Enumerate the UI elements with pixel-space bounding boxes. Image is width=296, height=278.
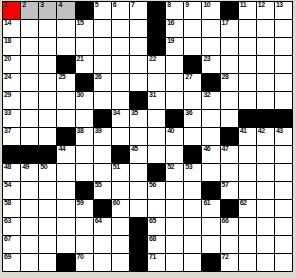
grid-cell[interactable]	[275, 164, 292, 181]
block-cell	[257, 110, 274, 127]
grid-cell[interactable]	[21, 182, 38, 199]
grid-cell[interactable]: 33	[3, 110, 20, 127]
clue-number: 66	[222, 217, 229, 225]
grid-cell[interactable]	[166, 146, 183, 163]
cursor-cell[interactable]: 1	[3, 2, 20, 19]
grid-cell[interactable]	[57, 92, 74, 109]
clue-number: 48	[4, 163, 11, 171]
grid-cell[interactable]	[112, 218, 129, 235]
block-cell	[148, 2, 165, 19]
grid-cell[interactable]	[166, 182, 183, 199]
grid-cell[interactable]: 63	[3, 218, 20, 235]
grid-cell[interactable]: 62	[239, 200, 256, 217]
grid-cell[interactable]: 25	[57, 74, 74, 91]
grid-cell[interactable]	[94, 254, 111, 271]
grid-cell[interactable]: 54	[3, 182, 20, 199]
grid-cell[interactable]	[202, 218, 219, 235]
block-cell	[221, 2, 238, 19]
clue-number: 61	[203, 199, 210, 207]
grid-cell[interactable]	[112, 128, 129, 145]
grid-cell[interactable]: 20	[3, 56, 20, 73]
grid-cell[interactable]: 67	[3, 236, 20, 253]
grid-cell[interactable]: 66	[221, 218, 238, 235]
grid-cell[interactable]	[257, 56, 274, 73]
grid-cell[interactable]: 47	[221, 146, 238, 163]
clue-number: 15	[77, 19, 84, 27]
clue-number: 30	[77, 91, 84, 99]
grid-cell[interactable]	[166, 200, 183, 217]
clue-number: 70	[77, 253, 84, 261]
grid-cell[interactable]	[39, 92, 56, 109]
grid-cell[interactable]	[202, 110, 219, 127]
grid-cell[interactable]	[112, 92, 129, 109]
clue-number: 68	[149, 235, 156, 243]
grid-cell[interactable]: 32	[202, 92, 219, 109]
block-cell	[275, 110, 292, 127]
clue-number: 10	[203, 1, 210, 9]
grid-cell[interactable]	[39, 128, 56, 145]
grid-cell[interactable]	[202, 236, 219, 253]
clue-number: 26	[95, 73, 102, 81]
grid-cell[interactable]	[57, 182, 74, 199]
block-cell	[148, 38, 165, 55]
clue-number: 50	[40, 163, 47, 171]
clue-number: 42	[258, 127, 265, 135]
grid-cell[interactable]: 40	[166, 128, 183, 145]
grid-cell[interactable]	[239, 236, 256, 253]
clue-number: 45	[131, 145, 138, 153]
grid-cell[interactable]	[112, 254, 129, 271]
clue-number: 63	[4, 217, 11, 225]
block-cell	[221, 128, 238, 145]
grid-cell[interactable]: 34	[112, 110, 129, 127]
clue-number: 38	[77, 127, 84, 135]
grid-cell[interactable]	[21, 20, 38, 37]
clue-number: 46	[203, 145, 210, 153]
grid-cell[interactable]: 64	[94, 218, 111, 235]
grid-cell[interactable]	[148, 74, 165, 91]
grid-cell[interactable]	[221, 236, 238, 253]
grid-cell[interactable]	[257, 92, 274, 109]
block-cell	[76, 2, 93, 19]
block-cell	[148, 20, 165, 37]
clue-number: 14	[4, 19, 11, 27]
grid-cell[interactable]: 70	[76, 254, 93, 271]
grid-cell[interactable]	[39, 254, 56, 271]
grid-cell[interactable]	[166, 236, 183, 253]
grid-cell[interactable]	[202, 128, 219, 145]
grid-cell[interactable]: 57	[221, 182, 238, 199]
grid-cell[interactable]	[21, 110, 38, 127]
clue-number: 24	[4, 73, 11, 81]
grid-cell[interactable]: 68	[148, 236, 165, 253]
grid-cell[interactable]: 49	[21, 164, 38, 181]
block-cell	[130, 254, 147, 271]
clue-number: 1	[4, 1, 8, 9]
grid-cell[interactable]	[21, 38, 38, 55]
grid-cell[interactable]	[239, 20, 256, 37]
grid-cell[interactable]	[130, 56, 147, 73]
grid-cell[interactable]: 37	[3, 128, 20, 145]
clue-number: 20	[4, 55, 11, 63]
grid-cell[interactable]	[239, 74, 256, 91]
block-cell	[166, 110, 183, 127]
grid-cell[interactable]: 14	[3, 20, 20, 37]
clue-number: 6	[113, 1, 117, 9]
grid-cell[interactable]	[76, 110, 93, 127]
grid-cell[interactable]: 72	[221, 254, 238, 271]
block-cell	[221, 200, 238, 217]
grid-cell[interactable]	[76, 146, 93, 163]
grid-cell[interactable]	[76, 164, 93, 181]
grid-cell[interactable]: 53	[184, 164, 201, 181]
grid-cell[interactable]: 69	[3, 254, 20, 271]
grid-cell[interactable]: 22	[148, 56, 165, 73]
clue-number: 21	[77, 55, 84, 63]
grid-cell[interactable]	[221, 38, 238, 55]
grid-cell[interactable]	[184, 92, 201, 109]
highlighted-word-cell[interactable]: 2	[21, 2, 38, 19]
grid-cell[interactable]: 9	[184, 2, 201, 19]
grid-cell[interactable]: 51	[112, 164, 129, 181]
grid-cell[interactable]	[57, 236, 74, 253]
grid-cell[interactable]	[257, 200, 274, 217]
grid-cell[interactable]	[94, 92, 111, 109]
block-cell	[76, 182, 93, 199]
clue-number: 9	[185, 1, 189, 9]
grid-cell[interactable]: 41	[239, 128, 256, 145]
block-cell	[184, 56, 201, 73]
clue-number: 25	[58, 73, 65, 81]
grid-cell[interactable]: 10	[202, 2, 219, 19]
clue-number: 62	[240, 199, 247, 207]
grid-cell[interactable]	[221, 56, 238, 73]
grid-cell[interactable]	[57, 110, 74, 127]
grid-cell[interactable]	[221, 92, 238, 109]
grid-cell[interactable]	[184, 236, 201, 253]
grid-cell[interactable]	[57, 218, 74, 235]
grid-cell[interactable]	[39, 38, 56, 55]
grid-cell[interactable]: 44	[57, 146, 74, 163]
grid-cell[interactable]: 21	[76, 56, 93, 73]
grid-cell[interactable]: 35	[130, 110, 147, 127]
grid-cell[interactable]: 46	[202, 146, 219, 163]
grid-cell[interactable]	[239, 164, 256, 181]
grid-cell[interactable]	[184, 20, 201, 37]
clue-number: 22	[149, 55, 156, 63]
grid-cell[interactable]: 61	[202, 200, 219, 217]
clue-number: 29	[4, 91, 11, 99]
grid-cell[interactable]	[148, 128, 165, 145]
block-cell	[76, 74, 93, 91]
clue-number: 55	[95, 181, 102, 189]
grid-cell[interactable]	[21, 254, 38, 271]
grid-cell[interactable]	[202, 164, 219, 181]
grid-cell[interactable]: 45	[130, 146, 147, 163]
grid-cell[interactable]	[39, 182, 56, 199]
block-cell	[202, 74, 219, 91]
grid-cell[interactable]: 55	[94, 182, 111, 199]
grid-cell[interactable]	[148, 110, 165, 127]
grid-cell[interactable]	[94, 56, 111, 73]
grid-cell[interactable]: 19	[166, 38, 183, 55]
grid-cell[interactable]	[112, 56, 129, 73]
grid-cell[interactable]	[130, 20, 147, 37]
grid-cell[interactable]: 15	[76, 20, 93, 37]
block-cell	[57, 56, 74, 73]
grid-cell[interactable]	[166, 254, 183, 271]
grid-cell[interactable]	[239, 254, 256, 271]
grid-cell[interactable]	[184, 128, 201, 145]
grid-cell[interactable]	[257, 146, 274, 163]
clue-number: 11	[240, 1, 247, 9]
grid-cell[interactable]	[239, 218, 256, 235]
grid-cell[interactable]	[94, 38, 111, 55]
grid-cell[interactable]: 11	[239, 2, 256, 19]
grid-cell[interactable]	[39, 56, 56, 73]
block-cell	[148, 164, 165, 181]
clue-number: 40	[167, 127, 174, 135]
grid-cell[interactable]	[148, 146, 165, 163]
grid-cell[interactable]	[21, 236, 38, 253]
grid-cell[interactable]: 48	[3, 164, 20, 181]
grid-cell[interactable]	[21, 128, 38, 145]
grid-cell[interactable]	[94, 164, 111, 181]
crossword-board: 1234567891011121314151617181920212223242…	[2, 1, 293, 272]
grid-cell[interactable]	[57, 164, 74, 181]
clue-number: 28	[222, 73, 229, 81]
grid-cell[interactable]	[130, 182, 147, 199]
grid-cell[interactable]	[202, 38, 219, 55]
grid-cell[interactable]	[184, 38, 201, 55]
grid-cell[interactable]	[239, 92, 256, 109]
block-cell	[202, 254, 219, 271]
block-cell	[202, 182, 219, 199]
clue-number: 27	[185, 73, 192, 81]
grid-cell[interactable]	[166, 74, 183, 91]
grid-cell[interactable]	[130, 38, 147, 55]
grid-cell[interactable]: 26	[94, 74, 111, 91]
clue-number: 35	[131, 109, 138, 117]
grid-cell[interactable]	[21, 74, 38, 91]
grid-cell[interactable]	[275, 74, 292, 91]
grid-cell[interactable]	[112, 182, 129, 199]
grid-cell[interactable]	[39, 236, 56, 253]
grid-cell[interactable]: 27	[184, 74, 201, 91]
grid-cell[interactable]	[275, 20, 292, 37]
grid-cell[interactable]	[112, 20, 129, 37]
clue-number: 31	[149, 91, 156, 99]
grid-cell[interactable]: 12	[257, 2, 274, 19]
clue-number: 3	[40, 1, 44, 9]
grid-cell[interactable]: 56	[148, 182, 165, 199]
grid-cell[interactable]	[94, 236, 111, 253]
grid-cell[interactable]: 5	[94, 2, 111, 19]
grid-cell[interactable]	[275, 200, 292, 217]
clue-number: 53	[185, 163, 192, 171]
grid-cell[interactable]	[21, 56, 38, 73]
grid-cell[interactable]: 17	[221, 20, 238, 37]
grid-cell[interactable]	[221, 110, 238, 127]
block-cell	[184, 146, 201, 163]
grid-cell[interactable]	[130, 128, 147, 145]
grid-cell[interactable]	[130, 200, 147, 217]
grid-cell[interactable]	[275, 254, 292, 271]
grid-cell[interactable]	[130, 164, 147, 181]
clue-number: 33	[4, 109, 11, 117]
block-cell	[130, 92, 147, 109]
grid-cell[interactable]	[112, 38, 129, 55]
clue-number: 39	[95, 127, 102, 135]
block-cell	[39, 146, 56, 163]
clue-number: 17	[222, 19, 229, 27]
grid-cell[interactable]	[275, 92, 292, 109]
highlighted-word-cell[interactable]: 4	[57, 2, 74, 19]
grid-cell[interactable]: 7	[130, 2, 147, 19]
grid-cell[interactable]	[112, 236, 129, 253]
clue-number: 34	[113, 109, 120, 117]
clue-number: 37	[4, 127, 11, 135]
grid-cell[interactable]	[221, 164, 238, 181]
grid-cell[interactable]	[257, 218, 274, 235]
block-cell	[239, 110, 256, 127]
grid-cell[interactable]: 13	[275, 2, 292, 19]
grid-cell[interactable]: 29	[3, 92, 20, 109]
grid-cell[interactable]	[257, 236, 274, 253]
grid-cell[interactable]	[21, 92, 38, 109]
clue-number: 16	[167, 19, 174, 27]
grid-cell[interactable]: 60	[112, 200, 129, 217]
block-cell	[130, 236, 147, 253]
grid-cell[interactable]	[39, 200, 56, 217]
grid-cell[interactable]	[166, 218, 183, 235]
grid-cell[interactable]	[275, 38, 292, 55]
grid-cell[interactable]	[239, 146, 256, 163]
grid-cell[interactable]	[257, 20, 274, 37]
grid-cell[interactable]: 50	[39, 164, 56, 181]
clue-number: 8	[167, 1, 171, 9]
grid-cell[interactable]	[21, 200, 38, 217]
clue-number: 52	[167, 163, 174, 171]
grid-cell[interactable]	[275, 56, 292, 73]
block-cell	[94, 200, 111, 217]
grid-cell[interactable]	[39, 218, 56, 235]
grid-cell[interactable]: 18	[3, 38, 20, 55]
grid-cell[interactable]	[130, 74, 147, 91]
clue-number: 64	[95, 217, 102, 225]
grid-cell[interactable]	[76, 218, 93, 235]
grid-cell[interactable]	[184, 182, 201, 199]
grid-cell[interactable]	[39, 74, 56, 91]
grid-cell[interactable]: 31	[148, 92, 165, 109]
clue-number: 23	[203, 55, 210, 63]
grid-cell[interactable]	[184, 200, 201, 217]
grid-cell[interactable]	[21, 218, 38, 235]
grid-cell[interactable]: 42	[257, 128, 274, 145]
grid-cell[interactable]	[239, 56, 256, 73]
clue-number: 69	[4, 253, 11, 261]
grid-cell[interactable]	[239, 182, 256, 199]
grid-cell[interactable]	[57, 20, 74, 37]
grid-cell[interactable]: 65	[148, 218, 165, 235]
grid-cell[interactable]	[57, 200, 74, 217]
grid-cell[interactable]	[202, 20, 219, 37]
block-cell	[21, 146, 38, 163]
grid-cell[interactable]: 71	[148, 254, 165, 271]
grid-cell[interactable]: 8	[166, 2, 183, 19]
grid-cell[interactable]: 43	[275, 128, 292, 145]
clue-number: 36	[185, 109, 192, 117]
grid-cell[interactable]	[257, 254, 274, 271]
grid-cell[interactable]	[39, 20, 56, 37]
grid-cell[interactable]	[57, 38, 74, 55]
clue-number: 13	[276, 1, 283, 9]
grid-cell[interactable]: 36	[184, 110, 201, 127]
clue-number: 19	[167, 37, 174, 45]
grid-cell[interactable]: 28	[221, 74, 238, 91]
grid-cell[interactable]: 16	[166, 20, 183, 37]
grid-cell[interactable]	[76, 38, 93, 55]
grid-cell[interactable]	[184, 254, 201, 271]
clue-number: 59	[77, 199, 84, 207]
grid-cell[interactable]	[257, 74, 274, 91]
grid-cell[interactable]	[257, 182, 274, 199]
block-cell	[112, 146, 129, 163]
grid-cell[interactable]	[166, 92, 183, 109]
grid-cell[interactable]	[257, 38, 274, 55]
grid-cell[interactable]	[112, 74, 129, 91]
clue-number: 60	[113, 199, 120, 207]
grid-cell[interactable]	[257, 164, 274, 181]
block-cell	[130, 218, 147, 235]
grid-cell[interactable]: 39	[94, 128, 111, 145]
grid-cell[interactable]	[39, 110, 56, 127]
grid-cell[interactable]	[94, 20, 111, 37]
grid-cell[interactable]	[275, 146, 292, 163]
grid-cell[interactable]: 23	[202, 56, 219, 73]
grid-cell[interactable]: 6	[112, 2, 129, 19]
grid-cell[interactable]: 30	[76, 92, 93, 109]
grid-cell[interactable]	[148, 200, 165, 217]
grid-cell[interactable]	[275, 218, 292, 235]
clue-number: 44	[58, 145, 65, 153]
grid-cell[interactable]	[275, 236, 292, 253]
clue-number: 56	[149, 181, 156, 189]
grid-cell[interactable]: 24	[3, 74, 20, 91]
grid-cell[interactable]	[184, 218, 201, 235]
clue-number: 65	[149, 217, 156, 225]
block-cell	[57, 254, 74, 271]
grid-cell[interactable]	[275, 182, 292, 199]
highlighted-word-cell[interactable]: 3	[39, 2, 56, 19]
clue-number: 41	[240, 127, 247, 135]
clue-number: 2	[22, 1, 26, 9]
grid-cell[interactable]: 52	[166, 164, 183, 181]
grid-cell[interactable]	[166, 56, 183, 73]
grid-cell[interactable]: 38	[76, 128, 93, 145]
clue-number: 7	[131, 1, 135, 9]
grid-cell[interactable]: 58	[3, 200, 20, 217]
clue-number: 5	[95, 1, 99, 9]
grid-cell[interactable]	[239, 38, 256, 55]
grid-cell[interactable]: 59	[76, 200, 93, 217]
clue-number: 18	[4, 37, 11, 45]
clue-number: 54	[4, 181, 11, 189]
block-cell	[94, 110, 111, 127]
clue-number: 47	[222, 145, 229, 153]
grid-cell[interactable]	[94, 146, 111, 163]
grid-cell[interactable]	[76, 236, 93, 253]
